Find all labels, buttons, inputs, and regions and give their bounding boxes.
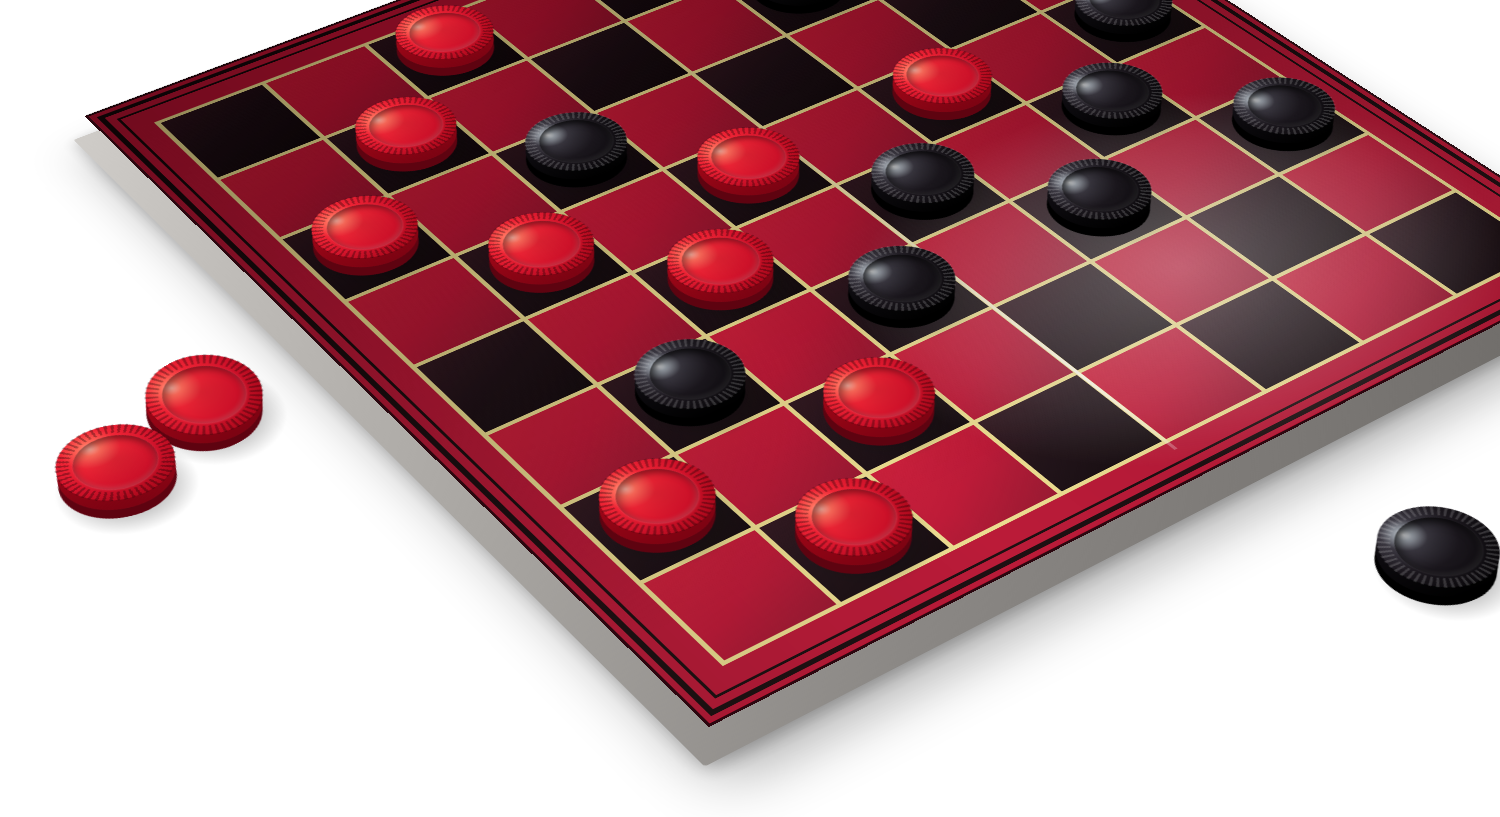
black-checker[interactable] <box>1351 500 1500 610</box>
table-plane <box>85 0 1500 727</box>
black-checker-face <box>1352 492 1500 602</box>
red-checker[interactable] <box>46 422 187 520</box>
photo-scene <box>0 0 1500 817</box>
